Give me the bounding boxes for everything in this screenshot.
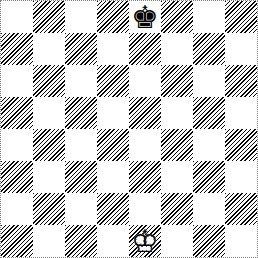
square-c7[interactable] [65,33,97,65]
square-g8[interactable] [193,1,225,33]
square-c1[interactable] [65,225,97,257]
square-a4[interactable] [1,129,33,161]
square-h6[interactable] [225,65,257,97]
square-f6[interactable] [161,65,193,97]
square-f1[interactable] [161,225,193,257]
square-d8[interactable] [97,1,129,33]
square-a7[interactable] [1,33,33,65]
square-h7[interactable] [225,33,257,65]
square-c8[interactable] [65,1,97,33]
square-g5[interactable] [193,97,225,129]
square-b7[interactable] [33,33,65,65]
square-e2[interactable] [129,193,161,225]
square-c4[interactable] [65,129,97,161]
square-g2[interactable] [193,193,225,225]
square-g7[interactable] [193,33,225,65]
square-b2[interactable] [33,193,65,225]
square-b8[interactable] [33,1,65,33]
square-h2[interactable] [225,193,257,225]
square-d6[interactable] [97,65,129,97]
square-f8[interactable] [161,1,193,33]
square-h1[interactable] [225,225,257,257]
square-g4[interactable] [193,129,225,161]
piece-black-king[interactable]: ♚ [129,1,161,33]
square-e4[interactable] [129,129,161,161]
square-b3[interactable] [33,161,65,193]
piece-glyph: ♚ [129,1,161,33]
square-a8[interactable] [1,1,33,33]
square-g6[interactable] [193,65,225,97]
square-b1[interactable] [33,225,65,257]
square-a2[interactable] [1,193,33,225]
square-d3[interactable] [97,161,129,193]
square-f3[interactable] [161,161,193,193]
square-a5[interactable] [1,97,33,129]
square-a6[interactable] [1,65,33,97]
square-e3[interactable] [129,161,161,193]
piece-white-king[interactable]: ♚♔ [129,225,161,257]
square-e1[interactable]: ♚♔ [129,225,161,257]
square-d7[interactable] [97,33,129,65]
square-e7[interactable] [129,33,161,65]
chess-board: ♚♚♔ [0,0,258,258]
square-f2[interactable] [161,193,193,225]
square-a3[interactable] [1,161,33,193]
square-a1[interactable] [1,225,33,257]
square-g3[interactable] [193,161,225,193]
square-f5[interactable] [161,97,193,129]
square-c3[interactable] [65,161,97,193]
square-h8[interactable] [225,1,257,33]
square-d2[interactable] [97,193,129,225]
square-b6[interactable] [33,65,65,97]
square-f4[interactable] [161,129,193,161]
piece-glyph: ♔ [129,225,161,257]
square-d4[interactable] [97,129,129,161]
square-h4[interactable] [225,129,257,161]
square-h3[interactable] [225,161,257,193]
square-g1[interactable] [193,225,225,257]
square-e5[interactable] [129,97,161,129]
square-e6[interactable] [129,65,161,97]
square-d1[interactable] [97,225,129,257]
square-b4[interactable] [33,129,65,161]
square-c2[interactable] [65,193,97,225]
square-c6[interactable] [65,65,97,97]
square-h5[interactable] [225,97,257,129]
square-c5[interactable] [65,97,97,129]
square-e8[interactable]: ♚ [129,1,161,33]
square-d5[interactable] [97,97,129,129]
square-b5[interactable] [33,97,65,129]
square-f7[interactable] [161,33,193,65]
